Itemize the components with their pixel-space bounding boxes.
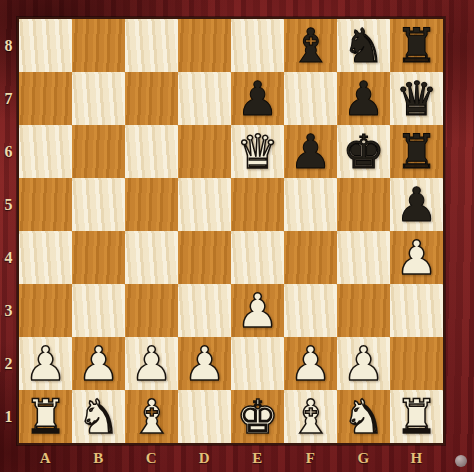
square-b7[interactable] [72,72,125,125]
square-h8[interactable]: ♜ [390,19,443,72]
square-h4[interactable]: ♟ [390,231,443,284]
square-e6[interactable]: ♛ [231,125,284,178]
square-h2[interactable] [390,337,443,390]
file-label-h: H [390,445,443,472]
square-f7[interactable] [284,72,337,125]
white-pawn[interactable]: ♟ [395,231,437,284]
square-g8[interactable]: ♞ [337,19,390,72]
square-e2[interactable] [231,337,284,390]
white-queen[interactable]: ♛ [236,125,278,178]
black-pawn[interactable]: ♟ [395,178,437,231]
square-c5[interactable] [125,178,178,231]
square-b6[interactable] [72,125,125,178]
black-queen[interactable]: ♛ [395,72,437,125]
square-e7[interactable]: ♟ [231,72,284,125]
square-a3[interactable] [19,284,72,337]
rank-label-4: 4 [0,231,17,284]
square-h7[interactable]: ♛ [390,72,443,125]
file-label-a: A [19,445,72,472]
black-pawn[interactable]: ♟ [342,72,384,125]
white-pawn[interactable]: ♟ [130,337,172,390]
black-king[interactable]: ♚ [342,125,384,178]
square-a4[interactable] [19,231,72,284]
square-b1[interactable]: ♞ [72,390,125,443]
white-pawn[interactable]: ♟ [289,337,331,390]
square-c7[interactable] [125,72,178,125]
white-bishop[interactable]: ♝ [130,390,172,443]
square-c2[interactable]: ♟ [125,337,178,390]
white-pawn[interactable]: ♟ [183,337,225,390]
square-e4[interactable] [231,231,284,284]
square-e1[interactable]: ♚ [231,390,284,443]
white-rook[interactable]: ♜ [395,390,437,443]
square-d5[interactable] [178,178,231,231]
square-b4[interactable] [72,231,125,284]
square-d7[interactable] [178,72,231,125]
square-a7[interactable] [19,72,72,125]
black-knight[interactable]: ♞ [342,19,384,72]
square-a1[interactable]: ♜ [19,390,72,443]
white-king[interactable]: ♚ [236,390,278,443]
square-f2[interactable]: ♟ [284,337,337,390]
square-h1[interactable]: ♜ [390,390,443,443]
rank-label-2: 2 [0,337,17,390]
square-b8[interactable] [72,19,125,72]
black-rook[interactable]: ♜ [395,19,437,72]
white-pawn[interactable]: ♟ [236,284,278,337]
square-f5[interactable] [284,178,337,231]
white-bishop[interactable]: ♝ [289,390,331,443]
square-a2[interactable]: ♟ [19,337,72,390]
file-label-d: D [178,445,231,472]
rank-label-6: 6 [0,125,17,178]
square-g1[interactable]: ♞ [337,390,390,443]
rank-label-3: 3 [0,284,17,337]
square-f3[interactable] [284,284,337,337]
square-a8[interactable] [19,19,72,72]
file-label-e: E [231,445,284,472]
square-g2[interactable]: ♟ [337,337,390,390]
chess-board-frame: 87654321 ♝♞♜♟♟♛♛♟♚♜♟♟♟♟♟♟♟♟♟♜♞♝♚♝♞♜ ABCD… [0,0,474,472]
white-pawn[interactable]: ♟ [342,337,384,390]
square-g3[interactable] [337,284,390,337]
square-f4[interactable] [284,231,337,284]
square-d6[interactable] [178,125,231,178]
square-d8[interactable] [178,19,231,72]
square-e3[interactable]: ♟ [231,284,284,337]
square-g5[interactable] [337,178,390,231]
white-knight[interactable]: ♞ [77,390,119,443]
square-g4[interactable] [337,231,390,284]
square-e5[interactable] [231,178,284,231]
square-h6[interactable]: ♜ [390,125,443,178]
square-c6[interactable] [125,125,178,178]
square-d2[interactable]: ♟ [178,337,231,390]
square-b3[interactable] [72,284,125,337]
file-label-g: G [337,445,390,472]
white-rook[interactable]: ♜ [24,390,66,443]
square-d1[interactable] [178,390,231,443]
square-g6[interactable]: ♚ [337,125,390,178]
square-e8[interactable] [231,19,284,72]
file-label-c: C [125,445,178,472]
square-d3[interactable] [178,284,231,337]
white-pawn[interactable]: ♟ [77,337,119,390]
square-a6[interactable] [19,125,72,178]
square-b5[interactable] [72,178,125,231]
square-f6[interactable]: ♟ [284,125,337,178]
black-rook[interactable]: ♜ [395,125,437,178]
white-pawn[interactable]: ♟ [24,337,66,390]
rank-label-1: 1 [0,390,17,443]
square-c1[interactable]: ♝ [125,390,178,443]
watermark-dot [455,455,467,467]
square-c8[interactable] [125,19,178,72]
square-g7[interactable]: ♟ [337,72,390,125]
black-pawn[interactable]: ♟ [289,125,331,178]
file-label-f: F [284,445,337,472]
white-knight[interactable]: ♞ [342,390,384,443]
black-pawn[interactable]: ♟ [236,72,278,125]
rank-labels: 87654321 [0,19,17,443]
board-squares: ♝♞♜♟♟♛♛♟♚♜♟♟♟♟♟♟♟♟♟♜♞♝♚♝♞♜ [17,17,445,445]
square-b2[interactable]: ♟ [72,337,125,390]
square-d4[interactable] [178,231,231,284]
rank-label-7: 7 [0,72,17,125]
square-h3[interactable] [390,284,443,337]
file-labels: ABCDEFGH [19,445,443,472]
square-c3[interactable] [125,284,178,337]
square-a5[interactable] [19,178,72,231]
square-f8[interactable]: ♝ [284,19,337,72]
square-c4[interactable] [125,231,178,284]
square-f1[interactable]: ♝ [284,390,337,443]
rank-label-8: 8 [0,19,17,72]
file-label-b: B [72,445,125,472]
black-bishop[interactable]: ♝ [289,19,331,72]
rank-label-5: 5 [0,178,17,231]
square-h5[interactable]: ♟ [390,178,443,231]
